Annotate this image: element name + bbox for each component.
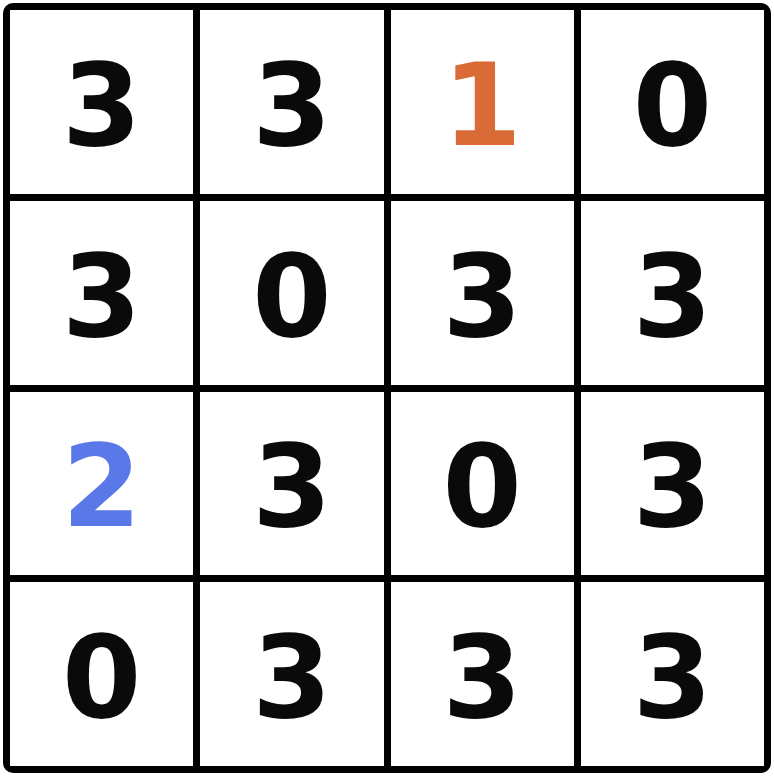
grid-cell-r1c2[interactable]: 3 — [200, 10, 383, 194]
clue-number: 3 — [252, 49, 331, 163]
grid-cell-r3c4[interactable]: 3 — [581, 392, 764, 576]
clue-number: 3 — [633, 430, 712, 544]
grid-cell-r2c4[interactable]: 3 — [581, 201, 764, 385]
grid-cell-r3c1[interactable]: 2 — [10, 392, 193, 576]
puzzle-board: 3 3 1 0 3 0 3 3 2 3 0 3 0 3 3 3 — [3, 3, 771, 773]
clue-number: 0 — [633, 49, 712, 163]
grid-cell-r4c4[interactable]: 3 — [581, 582, 764, 766]
clue-number: 3 — [252, 430, 331, 544]
clue-number: 0 — [442, 430, 521, 544]
clue-number: 3 — [62, 49, 141, 163]
clue-number: 2 — [62, 430, 141, 544]
grid-cell-r1c3[interactable]: 1 — [391, 10, 574, 194]
grid-cell-r2c3[interactable]: 3 — [391, 201, 574, 385]
clue-number: 3 — [252, 621, 331, 735]
grid-cell-r3c3[interactable]: 0 — [391, 392, 574, 576]
grid-cell-r2c1[interactable]: 3 — [10, 201, 193, 385]
clue-number: 3 — [633, 240, 712, 354]
grid-cell-r1c4[interactable]: 0 — [581, 10, 764, 194]
clue-number: 3 — [62, 240, 141, 354]
grid-cell-r4c1[interactable]: 0 — [10, 582, 193, 766]
grid-cell-r3c2[interactable]: 3 — [200, 392, 383, 576]
grid-cell-r2c2[interactable]: 0 — [200, 201, 383, 385]
clue-number: 0 — [62, 621, 141, 735]
clue-number: 3 — [442, 621, 521, 735]
clue-number: 3 — [633, 621, 712, 735]
grid-cell-r1c1[interactable]: 3 — [10, 10, 193, 194]
grid-cell-r4c2[interactable]: 3 — [200, 582, 383, 766]
clue-number: 3 — [442, 240, 521, 354]
grid-cell-r4c3[interactable]: 3 — [391, 582, 574, 766]
clue-number: 1 — [442, 49, 521, 163]
clue-number: 0 — [252, 240, 331, 354]
